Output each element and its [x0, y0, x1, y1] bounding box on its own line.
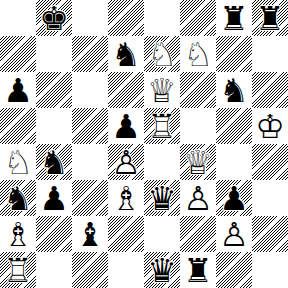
square-f6[interactable] [180, 72, 216, 108]
piece-black-knight: ♞♞ [216, 72, 252, 108]
square-e1[interactable]: ♛♛ [144, 252, 180, 288]
piece-white-knight: ♞♘ [0, 144, 36, 180]
black-knight-glyph-icon: ♞ [216, 72, 252, 108]
square-c6[interactable] [72, 72, 108, 108]
white-pawn-glyph-icon: ♙ [180, 180, 216, 216]
piece-black-pawn: ♟♟ [0, 72, 36, 108]
square-a2[interactable]: ♝♗ [0, 216, 36, 252]
square-f5[interactable] [180, 108, 216, 144]
piece-black-rook: ♜♜ [252, 0, 288, 36]
piece-black-bishop: ♝♝ [72, 216, 108, 252]
square-h3[interactable] [252, 180, 288, 216]
piece-white-rook: ♜♖ [144, 108, 180, 144]
square-b2[interactable] [36, 216, 72, 252]
square-b8[interactable]: ♚♚ [36, 0, 72, 36]
white-knight-glyph-icon: ♘ [144, 36, 180, 72]
square-g5[interactable] [216, 108, 252, 144]
square-c2[interactable]: ♝♝ [72, 216, 108, 252]
square-a1[interactable]: ♜♖ [0, 252, 36, 288]
square-f1[interactable]: ♜♜ [180, 252, 216, 288]
square-d6[interactable] [108, 72, 144, 108]
piece-white-king: ♚♔ [252, 108, 288, 144]
square-e5[interactable]: ♜♖ [144, 108, 180, 144]
square-c4[interactable] [72, 144, 108, 180]
square-b4[interactable]: ♞♞ [36, 144, 72, 180]
piece-white-knight: ♞♘ [144, 36, 180, 72]
square-d5[interactable]: ♟♟ [108, 108, 144, 144]
square-d4[interactable]: ♟♙ [108, 144, 144, 180]
piece-black-knight: ♞♞ [36, 144, 72, 180]
square-c7[interactable] [72, 36, 108, 72]
square-h7[interactable] [252, 36, 288, 72]
square-f3[interactable]: ♟♙ [180, 180, 216, 216]
black-queen-glyph-icon: ♛ [144, 252, 180, 288]
square-h4[interactable] [252, 144, 288, 180]
square-b3[interactable]: ♟♟ [36, 180, 72, 216]
black-knight-glyph-icon: ♞ [0, 180, 36, 216]
square-g6[interactable]: ♞♞ [216, 72, 252, 108]
square-d3[interactable]: ♝♗ [108, 180, 144, 216]
square-e7[interactable]: ♞♘ [144, 36, 180, 72]
black-rook-glyph-icon: ♜ [180, 252, 216, 288]
square-d1[interactable] [108, 252, 144, 288]
square-c8[interactable] [72, 0, 108, 36]
white-knight-glyph-icon: ♘ [180, 36, 216, 72]
square-f8[interactable] [180, 0, 216, 36]
square-g7[interactable] [216, 36, 252, 72]
square-c3[interactable] [72, 180, 108, 216]
piece-black-rook: ♜♜ [216, 0, 252, 36]
piece-black-queen: ♛♛ [144, 252, 180, 288]
square-h2[interactable] [252, 216, 288, 252]
square-c5[interactable] [72, 108, 108, 144]
square-e2[interactable] [144, 216, 180, 252]
black-rook-glyph-icon: ♜ [216, 0, 252, 36]
square-b5[interactable] [36, 108, 72, 144]
white-pawn-glyph-icon: ♙ [216, 216, 252, 252]
square-a4[interactable]: ♞♘ [0, 144, 36, 180]
piece-black-pawn: ♟♟ [36, 180, 72, 216]
square-g4[interactable] [216, 144, 252, 180]
square-f4[interactable]: ♛♕ [180, 144, 216, 180]
piece-black-knight: ♞♞ [108, 36, 144, 72]
black-bishop-glyph-icon: ♝ [72, 216, 108, 252]
black-pawn-glyph-icon: ♟ [108, 108, 144, 144]
piece-white-bishop: ♝♗ [0, 216, 36, 252]
black-pawn-glyph-icon: ♟ [0, 72, 36, 108]
white-bishop-glyph-icon: ♗ [0, 216, 36, 252]
square-a6[interactable]: ♟♟ [0, 72, 36, 108]
piece-black-knight: ♞♞ [0, 180, 36, 216]
piece-white-pawn: ♟♙ [180, 180, 216, 216]
square-a8[interactable] [0, 0, 36, 36]
square-a3[interactable]: ♞♞ [0, 180, 36, 216]
white-queen-glyph-icon: ♕ [180, 144, 216, 180]
piece-black-rook: ♜♜ [180, 252, 216, 288]
black-rook-glyph-icon: ♜ [252, 0, 288, 36]
square-g8[interactable]: ♜♜ [216, 0, 252, 36]
white-king-glyph-icon: ♔ [252, 108, 288, 144]
white-rook-glyph-icon: ♖ [0, 252, 36, 288]
piece-white-knight: ♞♘ [180, 36, 216, 72]
black-knight-glyph-icon: ♞ [108, 36, 144, 72]
piece-white-pawn: ♟♙ [216, 216, 252, 252]
square-h8[interactable]: ♜♜ [252, 0, 288, 36]
black-king-glyph-icon: ♚ [36, 0, 72, 36]
piece-white-pawn: ♟♙ [108, 144, 144, 180]
black-knight-glyph-icon: ♞ [36, 144, 72, 180]
chess-board: ♚♚♜♜♜♜♞♞♞♘♞♘♟♟♛♕♞♞♟♟♜♖♚♔♞♘♞♞♟♙♛♕♞♞♟♟♝♗♛♛… [0, 0, 288, 288]
square-a7[interactable] [0, 36, 36, 72]
square-h6[interactable] [252, 72, 288, 108]
white-queen-glyph-icon: ♕ [144, 72, 180, 108]
piece-black-queen: ♛♛ [144, 180, 180, 216]
square-b7[interactable] [36, 36, 72, 72]
piece-black-pawn: ♟♟ [216, 180, 252, 216]
square-a5[interactable] [0, 108, 36, 144]
square-e8[interactable] [144, 0, 180, 36]
square-d2[interactable] [108, 216, 144, 252]
square-e3[interactable]: ♛♛ [144, 180, 180, 216]
square-h1[interactable] [252, 252, 288, 288]
square-f7[interactable]: ♞♘ [180, 36, 216, 72]
square-d7[interactable]: ♞♞ [108, 36, 144, 72]
black-pawn-glyph-icon: ♟ [216, 180, 252, 216]
square-g3[interactable]: ♟♟ [216, 180, 252, 216]
white-knight-glyph-icon: ♘ [0, 144, 36, 180]
square-c1[interactable] [72, 252, 108, 288]
square-b6[interactable] [36, 72, 72, 108]
square-f2[interactable] [180, 216, 216, 252]
piece-white-bishop: ♝♗ [108, 180, 144, 216]
white-bishop-glyph-icon: ♗ [108, 180, 144, 216]
square-b1[interactable] [36, 252, 72, 288]
square-e6[interactable]: ♛♕ [144, 72, 180, 108]
piece-white-rook: ♜♖ [0, 252, 36, 288]
piece-white-queen: ♛♕ [180, 144, 216, 180]
black-pawn-glyph-icon: ♟ [36, 180, 72, 216]
square-e4[interactable] [144, 144, 180, 180]
square-g2[interactable]: ♟♙ [216, 216, 252, 252]
square-d8[interactable] [108, 0, 144, 36]
piece-white-queen: ♛♕ [144, 72, 180, 108]
white-rook-glyph-icon: ♖ [144, 108, 180, 144]
square-h5[interactable]: ♚♔ [252, 108, 288, 144]
white-pawn-glyph-icon: ♙ [108, 144, 144, 180]
piece-black-king: ♚♚ [36, 0, 72, 36]
black-queen-glyph-icon: ♛ [144, 180, 180, 216]
square-g1[interactable] [216, 252, 252, 288]
piece-black-pawn: ♟♟ [108, 108, 144, 144]
